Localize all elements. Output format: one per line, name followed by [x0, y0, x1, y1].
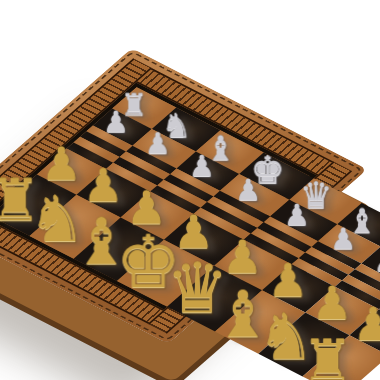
piece-white-pawn: ♟	[373, 247, 380, 276]
piece-black-pawn: ♟	[268, 258, 309, 304]
piece-black-pawn: ♟	[353, 302, 380, 348]
square-a7: ♟	[350, 309, 380, 355]
piece-black-rook: ♜	[301, 332, 353, 380]
piece-black-pawn: ♟	[311, 281, 352, 327]
product-photo-backdrop: ♜♞♝♚♛♝♞♜♟♟♟♟♟♟♟♟♟♟♟♟♟♟♟♟♜♞♝♚♛♝♞♜	[0, 0, 380, 380]
piece-white-pawn: ♟	[284, 201, 310, 230]
piece-black-pawn: ♟	[82, 163, 123, 209]
piece-white-pawn: ♟	[235, 176, 261, 205]
piece-white-pawn: ♟	[330, 225, 356, 254]
piece-white-pawn: ♟	[103, 108, 129, 137]
piece-white-pawn: ♟	[144, 130, 170, 159]
chess-board-case: ♜♞♝♚♛♝♞♜♟♟♟♟♟♟♟♟♟♟♟♟♟♟♟♟♜♞♝♚♛♝♞♜	[0, 48, 368, 344]
piece-white-pawn: ♟	[188, 152, 214, 181]
